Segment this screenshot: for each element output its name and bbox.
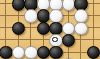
white-stone — [62, 58, 75, 59]
black-stone — [62, 34, 75, 47]
white-stone — [74, 22, 87, 35]
black-stone — [87, 46, 100, 59]
black-stone — [37, 9, 50, 22]
black-stone — [49, 46, 62, 59]
white-stone — [62, 22, 75, 35]
black-stone — [37, 46, 50, 59]
black-stone — [37, 22, 50, 35]
white-stone — [62, 0, 75, 11]
white-stone — [49, 9, 62, 22]
go-board[interactable] — [0, 0, 100, 59]
black-stone — [12, 0, 25, 11]
black-stone — [12, 22, 25, 35]
black-stone — [49, 22, 62, 35]
white-stone — [24, 9, 37, 22]
last-move-circle-marker — [52, 37, 58, 43]
white-stone — [12, 46, 25, 59]
white-stone — [24, 46, 37, 59]
white-stone — [74, 9, 87, 22]
go-board-screenshot — [0, 0, 100, 59]
black-stone — [0, 46, 13, 59]
